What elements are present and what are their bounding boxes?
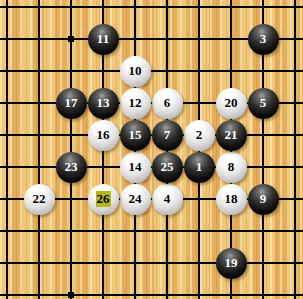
grid-line-horizontal (0, 230, 303, 232)
move-number: 23 (64, 159, 79, 175)
stone-black-5: 5 (248, 88, 279, 119)
stone-black-11: 11 (88, 24, 119, 55)
move-number: 21 (224, 127, 239, 143)
stone-black-17: 17 (56, 88, 87, 119)
grid-line-horizontal (0, 294, 303, 296)
stone-black-1: 1 (184, 152, 215, 183)
stone-black-25: 25 (152, 152, 183, 183)
stone-black-13: 13 (88, 88, 119, 119)
star-point (68, 36, 74, 42)
stone-white-2: 2 (184, 120, 215, 151)
stone-white-24: 24 (120, 184, 151, 215)
move-number: 15 (128, 127, 143, 143)
move-number: 11 (96, 31, 110, 47)
stone-white-10: 10 (120, 56, 151, 87)
stone-black-9: 9 (248, 184, 279, 215)
stone-white-14: 14 (120, 152, 151, 183)
grid-line-vertical (70, 0, 72, 299)
move-number: 3 (259, 31, 268, 47)
star-point (68, 292, 74, 298)
move-number: 24 (128, 191, 143, 207)
move-number: 22 (32, 191, 47, 207)
stone-white-4: 4 (152, 184, 183, 215)
grid-line-horizontal (0, 262, 303, 264)
move-number: 1 (195, 159, 204, 175)
move-number: 12 (128, 95, 143, 111)
stone-white-20: 20 (216, 88, 247, 119)
go-board[interactable]: 1234567891011121314151617181920212223242… (0, 0, 303, 299)
grid-line-vertical (38, 0, 40, 299)
stone-white-22: 22 (24, 184, 55, 215)
move-number: 6 (163, 95, 172, 111)
move-number: 25 (160, 159, 175, 175)
move-number: 20 (224, 95, 239, 111)
stone-black-15: 15 (120, 120, 151, 151)
move-number: 7 (163, 127, 172, 143)
stone-white-8: 8 (216, 152, 247, 183)
grid-line-vertical (294, 0, 296, 299)
stone-white-6: 6 (152, 88, 183, 119)
grid-line-vertical (6, 0, 8, 299)
last-move-number: 26 (96, 191, 111, 207)
move-number: 10 (128, 63, 143, 79)
move-number: 19 (224, 255, 239, 271)
stone-black-23: 23 (56, 152, 87, 183)
move-number: 9 (259, 191, 268, 207)
stone-black-19: 19 (216, 248, 247, 279)
stone-black-21: 21 (216, 120, 247, 151)
grid-line-horizontal (0, 6, 303, 8)
stone-white-26: 26 (88, 184, 119, 215)
move-number: 8 (227, 159, 236, 175)
move-number: 4 (163, 191, 172, 207)
move-number: 13 (96, 95, 111, 111)
stone-white-18: 18 (216, 184, 247, 215)
stone-black-3: 3 (248, 24, 279, 55)
move-number: 5 (259, 95, 268, 111)
stone-black-7: 7 (152, 120, 183, 151)
move-number: 14 (128, 159, 143, 175)
move-number: 17 (64, 95, 79, 111)
grid-line-horizontal (0, 70, 303, 72)
move-number: 2 (195, 127, 204, 143)
stone-white-12: 12 (120, 88, 151, 119)
move-number: 16 (96, 127, 111, 143)
move-number: 18 (224, 191, 239, 207)
stone-white-16: 16 (88, 120, 119, 151)
